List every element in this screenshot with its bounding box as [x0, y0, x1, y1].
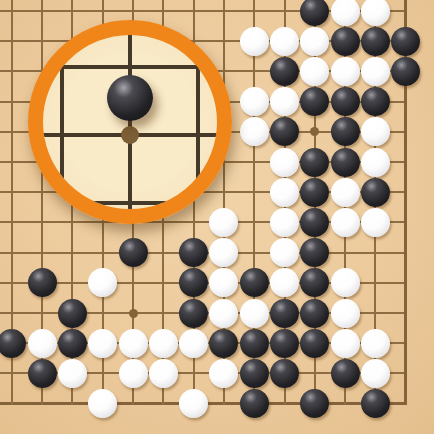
- white-stone: [209, 208, 238, 237]
- black-stone: [361, 389, 390, 418]
- black-stone: [300, 299, 329, 328]
- black-stone: [270, 117, 299, 146]
- black-stone: [300, 329, 329, 358]
- black-stone: [300, 87, 329, 116]
- white-stone: [331, 178, 360, 207]
- magnified-grid-line: [43, 65, 217, 70]
- black-stone: [300, 268, 329, 297]
- black-stone: [331, 27, 360, 56]
- white-stone: [331, 329, 360, 358]
- black-stone: [361, 27, 390, 56]
- white-stone: [331, 268, 360, 297]
- black-stone: [28, 268, 57, 297]
- white-stone: [331, 57, 360, 86]
- black-stone: [270, 299, 299, 328]
- black-stone: [391, 27, 420, 56]
- black-stone: [270, 359, 299, 388]
- white-stone: [209, 359, 238, 388]
- black-stone: [361, 178, 390, 207]
- black-stone: [240, 389, 269, 418]
- black-stone: [240, 268, 269, 297]
- magnified-black-stone: [107, 75, 153, 121]
- black-stone: [300, 178, 329, 207]
- white-stone: [270, 178, 299, 207]
- magnified-grid-line: [196, 35, 201, 209]
- magnified-hoshi-point: [121, 126, 139, 144]
- white-stone: [88, 389, 117, 418]
- black-stone: [391, 57, 420, 86]
- black-stone: [270, 57, 299, 86]
- go-app-screen: [0, 0, 434, 434]
- white-stone: [361, 148, 390, 177]
- black-stone: [331, 148, 360, 177]
- white-stone: [88, 329, 117, 358]
- white-stone: [270, 208, 299, 237]
- white-stone: [361, 0, 390, 26]
- hoshi-point: [310, 127, 319, 136]
- white-stone: [361, 329, 390, 358]
- black-stone: [179, 238, 208, 267]
- white-stone: [179, 389, 208, 418]
- white-stone: [270, 27, 299, 56]
- white-stone: [149, 359, 178, 388]
- white-stone: [270, 238, 299, 267]
- white-stone: [28, 329, 57, 358]
- white-stone: [361, 359, 390, 388]
- white-stone: [331, 299, 360, 328]
- black-stone: [58, 299, 87, 328]
- black-stone: [240, 329, 269, 358]
- hoshi-point: [129, 309, 138, 318]
- white-stone: [209, 238, 238, 267]
- white-stone: [361, 117, 390, 146]
- black-stone: [300, 389, 329, 418]
- black-stone: [331, 117, 360, 146]
- white-stone: [149, 329, 178, 358]
- white-stone: [88, 268, 117, 297]
- black-stone: [270, 329, 299, 358]
- white-stone: [119, 359, 148, 388]
- black-stone: [179, 299, 208, 328]
- black-stone: [0, 329, 26, 358]
- black-stone: [179, 268, 208, 297]
- black-stone: [361, 87, 390, 116]
- white-stone: [209, 299, 238, 328]
- black-stone: [209, 329, 238, 358]
- white-stone: [331, 0, 360, 26]
- white-stone: [270, 268, 299, 297]
- white-stone: [58, 359, 87, 388]
- white-stone: [270, 148, 299, 177]
- black-stone: [119, 238, 148, 267]
- white-stone: [300, 27, 329, 56]
- white-stone: [300, 57, 329, 86]
- magnified-grid-line: [60, 35, 65, 209]
- white-stone: [240, 117, 269, 146]
- black-stone: [28, 359, 57, 388]
- white-stone: [240, 27, 269, 56]
- black-stone: [300, 238, 329, 267]
- magnified-grid-line: [128, 35, 133, 209]
- white-stone: [240, 87, 269, 116]
- white-stone: [209, 268, 238, 297]
- black-stone: [300, 208, 329, 237]
- white-stone: [240, 299, 269, 328]
- white-stone: [179, 329, 208, 358]
- black-stone: [240, 359, 269, 388]
- black-stone: [300, 0, 329, 26]
- white-stone: [331, 208, 360, 237]
- white-stone: [270, 87, 299, 116]
- white-stone: [361, 208, 390, 237]
- black-stone: [331, 359, 360, 388]
- black-stone: [331, 87, 360, 116]
- magnifier-ring: [28, 20, 232, 224]
- white-stone: [361, 57, 390, 86]
- black-stone: [58, 329, 87, 358]
- black-stone: [300, 148, 329, 177]
- white-stone: [119, 329, 148, 358]
